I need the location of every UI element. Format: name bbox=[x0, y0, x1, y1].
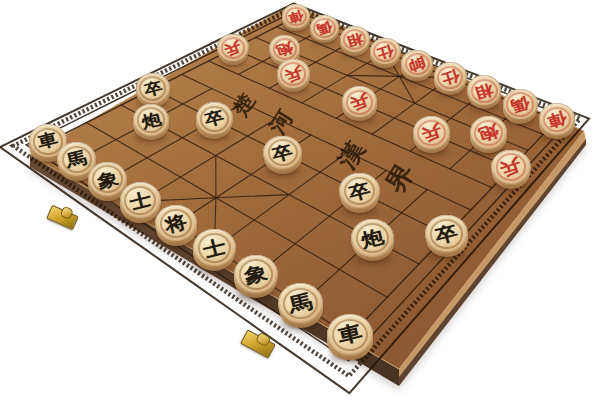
piece-red-advisor-f1[interactable]: 仕 bbox=[434, 62, 467, 92]
piece-character: 相 bbox=[337, 24, 373, 55]
piece-black-cannon-b8[interactable]: 炮 bbox=[133, 104, 170, 137]
piece-character: 俥 bbox=[536, 101, 579, 138]
piece-face: 卒 bbox=[339, 173, 380, 210]
piece-red-chariot-i1[interactable]: 俥 bbox=[539, 103, 575, 136]
piece-face: 炮 bbox=[351, 219, 394, 258]
piece-black-advisor-f10[interactable]: 士 bbox=[193, 229, 236, 268]
piece-black-soldier-i7[interactable]: 卒 bbox=[425, 215, 468, 253]
piece-face: 卒 bbox=[425, 215, 468, 253]
piece-character: 炮 bbox=[348, 217, 397, 259]
piece-red-elephant-g1[interactable]: 相 bbox=[467, 75, 501, 106]
piece-character: 仕 bbox=[431, 60, 470, 94]
piece-character: 卒 bbox=[260, 134, 305, 172]
piece-face: 卒 bbox=[196, 102, 233, 135]
piece-face: 炮 bbox=[470, 116, 507, 150]
piece-face: 卒 bbox=[136, 73, 171, 104]
piece-face: 傌 bbox=[310, 15, 339, 41]
piece-face: 兵 bbox=[413, 116, 450, 150]
piece-red-soldier-g4[interactable]: 兵 bbox=[413, 116, 450, 150]
piece-face: 仕 bbox=[370, 38, 401, 66]
piece-character: 兵 bbox=[488, 147, 535, 188]
piece-black-soldier-e7[interactable]: 卒 bbox=[263, 136, 302, 171]
piece-face: 兵 bbox=[277, 59, 310, 89]
piece-red-horse-b1[interactable]: 傌 bbox=[310, 15, 339, 41]
piece-face: 卒 bbox=[263, 136, 302, 171]
piece-character: 卒 bbox=[336, 171, 383, 211]
piece-black-chariot-i10[interactable]: 車 bbox=[327, 314, 373, 355]
piece-face: 士 bbox=[193, 229, 236, 268]
piece-face: 兵 bbox=[217, 34, 248, 62]
piece-face: 象 bbox=[234, 255, 278, 295]
piece-red-general-e1[interactable]: 帥 bbox=[401, 50, 433, 79]
piece-face: 俥 bbox=[539, 103, 575, 136]
piece-character: 炮 bbox=[466, 114, 510, 152]
piece-red-chariot-a1[interactable]: 俥 bbox=[282, 4, 310, 29]
piece-red-horse-h1[interactable]: 傌 bbox=[503, 89, 538, 121]
piece-face: 兵 bbox=[342, 86, 377, 118]
piece-black-soldier-a7[interactable]: 卒 bbox=[136, 73, 171, 104]
piece-face: 俥 bbox=[282, 4, 310, 29]
piece-character: 兵 bbox=[214, 32, 251, 64]
piece-character: 相 bbox=[464, 73, 504, 108]
piece-character: 傌 bbox=[308, 13, 342, 43]
piece-red-soldier-c4[interactable]: 兵 bbox=[277, 59, 310, 89]
piece-character: 仕 bbox=[367, 36, 404, 68]
piece-red-advisor-d1[interactable]: 仕 bbox=[370, 38, 401, 66]
piece-red-soldier-e4[interactable]: 兵 bbox=[342, 86, 377, 118]
piece-face: 兵 bbox=[491, 150, 530, 186]
piece-character: 帥 bbox=[398, 48, 436, 81]
piece-black-soldier-g7[interactable]: 卒 bbox=[339, 173, 380, 210]
piece-character: 炮 bbox=[130, 102, 172, 138]
xiangqi-board-photo: 楚河漢界 俥傌相兵炮仕帥兵仕卒相兵傌卒俥炮兵炮車卒馬兵象卒士将卒炮士象馬車 bbox=[0, 0, 600, 415]
piece-character: 俥 bbox=[279, 2, 312, 31]
piece-black-cannon-h8[interactable]: 炮 bbox=[351, 219, 394, 258]
piece-character: 卒 bbox=[133, 72, 173, 106]
piece-character: 車 bbox=[323, 313, 376, 358]
piece-red-soldier-a4[interactable]: 兵 bbox=[217, 34, 248, 62]
piece-red-elephant-c1[interactable]: 相 bbox=[340, 26, 370, 53]
piece-character: 馬 bbox=[275, 282, 327, 326]
piece-face: 相 bbox=[340, 26, 370, 53]
piece-character: 卒 bbox=[422, 213, 471, 255]
piece-character: 象 bbox=[231, 253, 282, 296]
piece-face: 仕 bbox=[434, 62, 467, 92]
piece-face: 帥 bbox=[401, 50, 433, 79]
piece-face: 相 bbox=[467, 75, 501, 106]
piece-character: 兵 bbox=[274, 57, 313, 91]
piece-face: 炮 bbox=[133, 104, 170, 137]
piece-red-cannon-h3[interactable]: 炮 bbox=[470, 116, 507, 150]
piece-face: 傌 bbox=[503, 89, 538, 121]
piece-black-soldier-c7[interactable]: 卒 bbox=[196, 102, 233, 135]
piece-red-soldier-i4[interactable]: 兵 bbox=[491, 150, 530, 186]
piece-black-horse-h10[interactable]: 馬 bbox=[278, 283, 323, 324]
piece-face: 車 bbox=[327, 314, 373, 355]
piece-character: 兵 bbox=[338, 84, 380, 120]
piece-character: 兵 bbox=[409, 114, 453, 152]
piece-black-elephant-g10[interactable]: 象 bbox=[234, 255, 278, 295]
piece-character: 卒 bbox=[193, 101, 235, 137]
piece-face: 馬 bbox=[278, 283, 323, 324]
